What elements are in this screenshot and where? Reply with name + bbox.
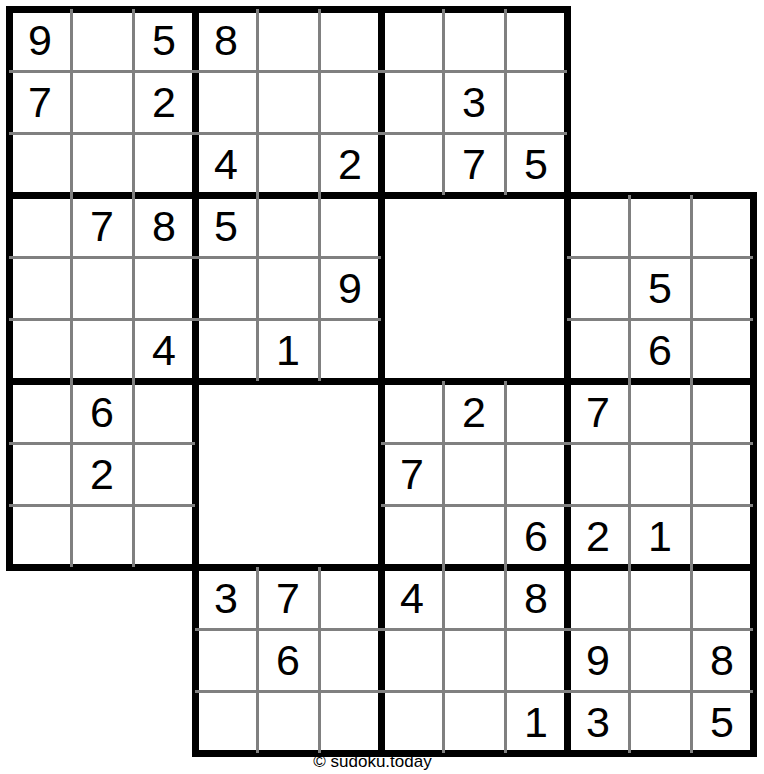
- puzzle-page: 958723427578595416627276213748698135 © s…: [0, 0, 764, 774]
- sudoku-cell-r7c8: 2: [443, 381, 505, 443]
- sudoku-cell-r10c6: [319, 567, 381, 629]
- sudoku-cell-r9c2: [71, 505, 133, 567]
- sudoku-cell-r12c8: [443, 691, 505, 753]
- sudoku-cell-r9c10: 2: [567, 505, 629, 567]
- sudoku-cell-r4c11: [629, 195, 691, 257]
- sudoku-cell-r1c3: 5: [133, 9, 195, 71]
- sudoku-cell-r7c10: 7: [567, 381, 629, 443]
- sudoku-cell-r3c1: [9, 133, 71, 195]
- sudoku-cell-r11c12: 8: [691, 629, 753, 691]
- sudoku-cell-r5c6: 9: [319, 257, 381, 319]
- sudoku-cell-r7c11: [629, 381, 691, 443]
- puzzle-board: 958723427578595416627276213748698135: [0, 0, 764, 774]
- sudoku-cell-r11c11: [629, 629, 691, 691]
- sudoku-cell-r1c6: [319, 9, 381, 71]
- sudoku-cell-r12c4: [195, 691, 257, 753]
- sudoku-cell-r6c1: [9, 319, 71, 381]
- sudoku-cell-r5c1: [9, 257, 71, 319]
- sudoku-cell-r8c12: [691, 443, 753, 505]
- sudoku-cell-r6c6: [319, 319, 381, 381]
- sudoku-cell-r10c10: [567, 567, 629, 629]
- sudoku-cell-r10c11: [629, 567, 691, 629]
- sudoku-cell-r11c4: [195, 629, 257, 691]
- sudoku-cell-r4c3: 8: [133, 195, 195, 257]
- sudoku-cell-r1c1: 9: [9, 9, 71, 71]
- sudoku-cell-r2c3: 2: [133, 71, 195, 133]
- sudoku-cell-r10c7: 4: [381, 567, 443, 629]
- sudoku-cell-r1c8: [443, 9, 505, 71]
- sudoku-cell-r6c12: [691, 319, 753, 381]
- sudoku-cell-r8c7: 7: [381, 443, 443, 505]
- sudoku-cell-r5c10: [567, 257, 629, 319]
- sudoku-cell-r1c7: [381, 9, 443, 71]
- sudoku-cell-r9c8: [443, 505, 505, 567]
- sudoku-cell-r6c2: [71, 319, 133, 381]
- sudoku-cell-r2c4: [195, 71, 257, 133]
- sudoku-cell-r2c8: 3: [443, 71, 505, 133]
- sudoku-cell-r5c4: [195, 257, 257, 319]
- sudoku-cell-r9c3: [133, 505, 195, 567]
- sudoku-cell-r11c9: [505, 629, 567, 691]
- sudoku-cell-r7c12: [691, 381, 753, 443]
- sudoku-cell-r4c12: [691, 195, 753, 257]
- sudoku-cell-r12c10: 3: [567, 691, 629, 753]
- sudoku-cell-r10c5: 7: [257, 567, 319, 629]
- copyright-caption: © sudoku.today: [0, 752, 745, 772]
- sudoku-cell-r11c7: [381, 629, 443, 691]
- sudoku-cell-r8c3: [133, 443, 195, 505]
- sudoku-cell-r8c8: [443, 443, 505, 505]
- sudoku-cell-r12c9: 1: [505, 691, 567, 753]
- sudoku-cell-r8c1: [9, 443, 71, 505]
- sudoku-cell-r9c11: 1: [629, 505, 691, 567]
- sudoku-cell-r1c5: [257, 9, 319, 71]
- sudoku-cell-r5c12: [691, 257, 753, 319]
- sudoku-cell-r5c5: [257, 257, 319, 319]
- sudoku-cell-r4c1: [9, 195, 71, 257]
- sudoku-cell-r7c2: 6: [71, 381, 133, 443]
- sudoku-cell-r7c3: [133, 381, 195, 443]
- sudoku-cell-r1c9: [505, 9, 567, 71]
- sudoku-cell-r10c4: 3: [195, 567, 257, 629]
- sudoku-cell-r3c2: [71, 133, 133, 195]
- sudoku-cell-r9c7: [381, 505, 443, 567]
- sudoku-cell-r10c12: [691, 567, 753, 629]
- sudoku-cell-r11c10: 9: [567, 629, 629, 691]
- sudoku-cell-r2c7: [381, 71, 443, 133]
- sudoku-cell-r4c2: 7: [71, 195, 133, 257]
- sudoku-cell-r3c3: [133, 133, 195, 195]
- sudoku-cell-r9c12: [691, 505, 753, 567]
- sudoku-cell-r3c8: 7: [443, 133, 505, 195]
- sudoku-cell-r2c2: [71, 71, 133, 133]
- sudoku-cell-r6c4: [195, 319, 257, 381]
- sudoku-cell-r8c10: [567, 443, 629, 505]
- sudoku-cell-r7c1: [9, 381, 71, 443]
- sudoku-cell-r3c7: [381, 133, 443, 195]
- sudoku-cell-r7c9: [505, 381, 567, 443]
- sudoku-cell-r5c3: [133, 257, 195, 319]
- sudoku-cell-r8c2: 2: [71, 443, 133, 505]
- sudoku-cell-r6c5: 1: [257, 319, 319, 381]
- sudoku-cell-r6c11: 6: [629, 319, 691, 381]
- sudoku-cell-r5c11: 5: [629, 257, 691, 319]
- sudoku-cell-r6c3: 4: [133, 319, 195, 381]
- sudoku-cell-r2c5: [257, 71, 319, 133]
- sudoku-cell-r1c4: 8: [195, 9, 257, 71]
- sudoku-cell-r6c10: [567, 319, 629, 381]
- sudoku-cell-r10c9: 8: [505, 567, 567, 629]
- sudoku-cell-r4c4: 5: [195, 195, 257, 257]
- sudoku-cell-r11c6: [319, 629, 381, 691]
- sudoku-cell-r2c6: [319, 71, 381, 133]
- sudoku-cell-r9c9: 6: [505, 505, 567, 567]
- sudoku-cell-r11c5: 6: [257, 629, 319, 691]
- sudoku-cell-r7c7: [381, 381, 443, 443]
- sudoku-cell-r10c8: [443, 567, 505, 629]
- sudoku-cell-r4c5: [257, 195, 319, 257]
- sudoku-cell-r8c9: [505, 443, 567, 505]
- sudoku-cell-r3c4: 4: [195, 133, 257, 195]
- sudoku-cell-r12c5: [257, 691, 319, 753]
- sudoku-cell-r12c12: 5: [691, 691, 753, 753]
- sudoku-cell-r3c6: 2: [319, 133, 381, 195]
- sudoku-cell-r5c2: [71, 257, 133, 319]
- sudoku-cell-r8c11: [629, 443, 691, 505]
- sudoku-cell-r3c5: [257, 133, 319, 195]
- sudoku-cell-r12c11: [629, 691, 691, 753]
- sudoku-cell-r3c9: 5: [505, 133, 567, 195]
- sudoku-cell-r12c7: [381, 691, 443, 753]
- sudoku-cell-r9c1: [9, 505, 71, 567]
- sudoku-cell-r1c2: [71, 9, 133, 71]
- sudoku-cell-r2c1: 7: [9, 71, 71, 133]
- sudoku-cell-r2c9: [505, 71, 567, 133]
- sudoku-cell-r11c8: [443, 629, 505, 691]
- sudoku-cell-r12c6: [319, 691, 381, 753]
- sudoku-cell-r4c10: [567, 195, 629, 257]
- sudoku-cell-r4c6: [319, 195, 381, 257]
